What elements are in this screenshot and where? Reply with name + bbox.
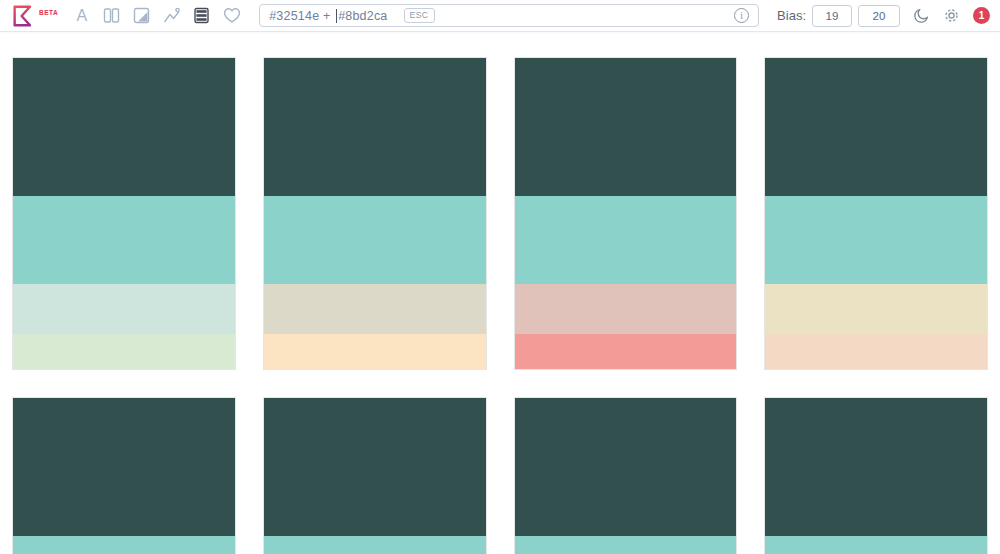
palette-card xyxy=(12,397,236,554)
palette-stripe[interactable] xyxy=(264,284,486,334)
tab-image[interactable] xyxy=(132,6,151,26)
palette-card xyxy=(263,397,487,554)
palette-card xyxy=(764,57,988,370)
search-value-right: #8bd2ca xyxy=(338,9,387,23)
palette-stripe[interactable] xyxy=(765,58,987,196)
palette-stripe[interactable] xyxy=(264,334,486,369)
palette-stripe[interactable] xyxy=(13,58,235,196)
info-icon[interactable]: i xyxy=(734,8,749,23)
columns-icon xyxy=(103,7,120,24)
palette-card xyxy=(764,397,988,554)
search-value-left: #32514e + xyxy=(269,9,334,23)
chart-icon xyxy=(163,7,181,24)
palette-stripe[interactable] xyxy=(765,284,987,334)
palette-stripe[interactable] xyxy=(13,284,235,334)
palette-card xyxy=(12,57,236,370)
palette-stripe[interactable] xyxy=(264,196,486,284)
palette-stripe[interactable] xyxy=(515,284,737,334)
palette-stripe[interactable] xyxy=(13,196,235,284)
logo-k-icon xyxy=(10,3,36,29)
notification-badge[interactable]: 1 xyxy=(973,7,990,24)
type-icon: A xyxy=(76,8,87,24)
tab-columns[interactable] xyxy=(102,6,121,26)
palette-stripe[interactable] xyxy=(515,398,737,536)
heart-icon xyxy=(223,7,241,24)
palette-stripe[interactable] xyxy=(765,196,987,284)
palette-stripe[interactable] xyxy=(515,196,737,284)
tab-favorites[interactable] xyxy=(222,6,241,26)
app-logo[interactable]: BETA xyxy=(10,3,58,29)
color-search-input[interactable]: #32514e + #8bd2ca ESC i xyxy=(259,4,759,27)
palette-stripe[interactable] xyxy=(765,536,987,554)
palette-stripe[interactable] xyxy=(13,334,235,369)
tab-typography[interactable]: A xyxy=(72,6,91,26)
bias-input-2[interactable] xyxy=(858,5,900,27)
beta-label: BETA xyxy=(39,9,58,16)
dark-mode-toggle[interactable] xyxy=(913,7,930,24)
palette-stripe[interactable] xyxy=(515,536,737,554)
palette-stripe[interactable] xyxy=(264,58,486,196)
tab-palette-list[interactable] xyxy=(192,6,211,26)
palette-stripe[interactable] xyxy=(264,398,486,536)
bias-label: Bias: xyxy=(777,8,806,23)
palette-card xyxy=(263,57,487,370)
moon-icon xyxy=(913,7,930,24)
palette-stripe[interactable] xyxy=(765,334,987,369)
image-icon xyxy=(133,7,150,24)
palette-grid xyxy=(12,57,988,554)
main-content xyxy=(0,32,1000,554)
palette-stripe[interactable] xyxy=(515,334,737,369)
bias-controls: Bias: xyxy=(777,5,900,27)
bias-input-1[interactable] xyxy=(812,5,852,27)
palette-stripe[interactable] xyxy=(515,58,737,196)
text-caret xyxy=(336,9,337,23)
palette-stripe[interactable] xyxy=(264,536,486,554)
palette-card xyxy=(514,397,738,554)
palette-stripe[interactable] xyxy=(13,536,235,554)
palette-card xyxy=(514,57,738,370)
palette-stripe[interactable] xyxy=(765,398,987,536)
esc-key-hint: ESC xyxy=(404,8,435,23)
top-toolbar: BETA A xyxy=(0,0,1000,32)
palette-stripe[interactable] xyxy=(13,398,235,536)
settings-button[interactable] xyxy=(943,7,960,24)
gear-icon xyxy=(943,7,960,24)
tab-chart[interactable] xyxy=(162,6,181,26)
list-rows-icon xyxy=(193,7,210,24)
tool-nav: A xyxy=(72,6,241,26)
header-right-controls: Bias: 1 xyxy=(777,5,990,27)
